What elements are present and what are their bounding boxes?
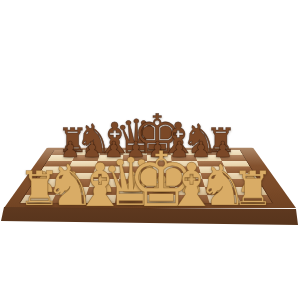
pieces-layer: ♜♞♝♛♚♝♞♜♟♟♟♟♟♟♟♟♟♟♟♟♟♟♟♟♜♞♝♛♚♝♞♜ xyxy=(0,0,300,300)
chess-set-photo: ♜♞♝♛♚♝♞♜♟♟♟♟♟♟♟♟♟♟♟♟♟♟♟♟♜♞♝♛♚♝♞♜ xyxy=(0,0,300,300)
piece-white-rook[interactable]: ♜ xyxy=(229,165,276,212)
